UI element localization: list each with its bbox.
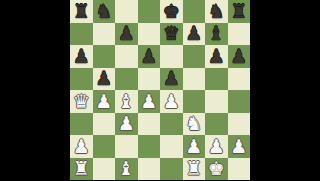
square-g7[interactable]: ♝ — [205, 23, 228, 46]
square-d2[interactable] — [138, 135, 161, 158]
square-e5[interactable]: ♟ — [160, 68, 183, 91]
piece-black-rook[interactable]: ♜ — [73, 1, 90, 20]
square-f6[interactable] — [183, 45, 206, 68]
square-a3[interactable] — [70, 113, 93, 136]
square-f7[interactable]: ♟ — [183, 23, 206, 46]
square-f8[interactable] — [183, 0, 206, 23]
piece-black-pawn[interactable]: ♟ — [140, 46, 157, 65]
piece-black-pawn[interactable]: ♟ — [95, 69, 112, 88]
square-e4[interactable]: ♟ — [160, 90, 183, 113]
square-d5[interactable] — [138, 68, 161, 91]
piece-white-pawn[interactable]: ♟ — [163, 91, 180, 110]
piece-black-bishop[interactable]: ♝ — [208, 24, 225, 43]
piece-white-pawn[interactable]: ♟ — [208, 136, 225, 155]
piece-black-queen[interactable]: ♛ — [163, 24, 180, 43]
square-a2[interactable]: ♟ — [70, 135, 93, 158]
square-a7[interactable] — [70, 23, 93, 46]
square-h6[interactable]: ♟ — [228, 45, 251, 68]
square-b5[interactable]: ♟ — [93, 68, 116, 91]
square-c6[interactable] — [115, 45, 138, 68]
piece-black-pawn[interactable]: ♟ — [118, 24, 135, 43]
piece-black-pawn[interactable]: ♟ — [73, 46, 90, 65]
piece-white-pawn[interactable]: ♟ — [118, 114, 135, 133]
piece-black-rook[interactable]: ♜ — [230, 1, 247, 20]
square-h2[interactable]: ♟ — [228, 135, 251, 158]
square-f4[interactable] — [183, 90, 206, 113]
square-c4[interactable]: ♝ — [115, 90, 138, 113]
piece-white-pawn[interactable]: ♟ — [185, 136, 202, 155]
square-d8[interactable] — [138, 0, 161, 23]
piece-black-pawn[interactable]: ♟ — [185, 24, 202, 43]
piece-white-rook[interactable]: ♜ — [73, 159, 90, 178]
square-e2[interactable] — [160, 135, 183, 158]
square-a4[interactable]: ♛ — [70, 90, 93, 113]
square-c8[interactable] — [115, 0, 138, 23]
square-d6[interactable]: ♟ — [138, 45, 161, 68]
square-f3[interactable]: ♞ — [183, 113, 206, 136]
square-h1[interactable] — [228, 158, 251, 181]
piece-black-king[interactable]: ♚ — [163, 1, 180, 20]
square-h3[interactable] — [228, 113, 251, 136]
square-d1[interactable] — [138, 158, 161, 181]
square-g4[interactable] — [205, 90, 228, 113]
piece-white-king[interactable]: ♚ — [208, 159, 225, 178]
piece-white-pawn[interactable]: ♟ — [95, 91, 112, 110]
square-f2[interactable]: ♟ — [183, 135, 206, 158]
piece-white-queen[interactable]: ♛ — [73, 91, 90, 110]
piece-white-rook[interactable]: ♜ — [185, 159, 202, 178]
piece-white-bishop[interactable]: ♝ — [118, 91, 135, 110]
square-f5[interactable] — [183, 68, 206, 91]
piece-black-pawn[interactable]: ♟ — [230, 46, 247, 65]
square-d4[interactable]: ♟ — [138, 90, 161, 113]
square-h8[interactable]: ♜ — [228, 0, 251, 23]
square-a8[interactable]: ♜ — [70, 0, 93, 23]
square-e1[interactable] — [160, 158, 183, 181]
square-b8[interactable]: ♞ — [93, 0, 116, 23]
square-g6[interactable]: ♟ — [205, 45, 228, 68]
square-h4[interactable] — [228, 90, 251, 113]
square-c3[interactable]: ♟ — [115, 113, 138, 136]
square-g8[interactable]: ♞ — [205, 0, 228, 23]
square-e8[interactable]: ♚ — [160, 0, 183, 23]
square-g2[interactable]: ♟ — [205, 135, 228, 158]
chess-board: ♜♞♚♞♜♟♛♟♝♟♟♟♟♟♟♛♟♝♟♟♟♞♟♟♟♟♜♝♜♚ — [70, 0, 250, 180]
square-b4[interactable]: ♟ — [93, 90, 116, 113]
piece-white-bishop[interactable]: ♝ — [118, 159, 135, 178]
square-e3[interactable] — [160, 113, 183, 136]
square-g5[interactable] — [205, 68, 228, 91]
square-c1[interactable]: ♝ — [115, 158, 138, 181]
piece-black-knight[interactable]: ♞ — [208, 1, 225, 20]
piece-black-pawn[interactable]: ♟ — [208, 46, 225, 65]
square-d3[interactable] — [138, 113, 161, 136]
piece-white-pawn[interactable]: ♟ — [230, 136, 247, 155]
square-b1[interactable] — [93, 158, 116, 181]
square-g3[interactable] — [205, 113, 228, 136]
square-a1[interactable]: ♜ — [70, 158, 93, 181]
square-h7[interactable] — [228, 23, 251, 46]
piece-white-knight[interactable]: ♞ — [185, 114, 202, 133]
square-e6[interactable] — [160, 45, 183, 68]
square-g1[interactable]: ♚ — [205, 158, 228, 181]
square-b6[interactable] — [93, 45, 116, 68]
app-background: ♜♞♚♞♜♟♛♟♝♟♟♟♟♟♟♛♟♝♟♟♟♞♟♟♟♟♜♝♜♚ — [0, 0, 320, 180]
square-f1[interactable]: ♜ — [183, 158, 206, 181]
square-c7[interactable]: ♟ — [115, 23, 138, 46]
square-h5[interactable] — [228, 68, 251, 91]
square-b3[interactable] — [93, 113, 116, 136]
piece-white-pawn[interactable]: ♟ — [140, 91, 157, 110]
piece-white-pawn[interactable]: ♟ — [73, 136, 90, 155]
square-b7[interactable] — [93, 23, 116, 46]
square-c5[interactable] — [115, 68, 138, 91]
square-a5[interactable] — [70, 68, 93, 91]
square-d7[interactable] — [138, 23, 161, 46]
square-c2[interactable] — [115, 135, 138, 158]
square-a6[interactable]: ♟ — [70, 45, 93, 68]
square-e7[interactable]: ♛ — [160, 23, 183, 46]
piece-black-knight[interactable]: ♞ — [95, 1, 112, 20]
piece-black-pawn[interactable]: ♟ — [163, 69, 180, 88]
square-b2[interactable] — [93, 135, 116, 158]
